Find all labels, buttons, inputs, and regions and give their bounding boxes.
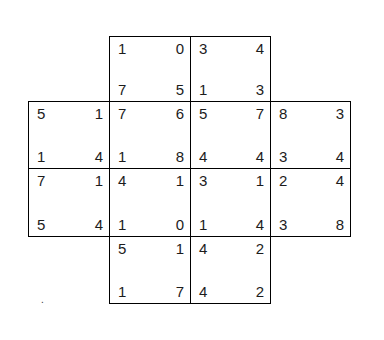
- corner-number-tl-r2c2: 3: [199, 173, 207, 188]
- corner-number-bl-r3c1: 1: [118, 284, 126, 299]
- corner-number-tr-r3c2: 2: [256, 241, 264, 256]
- corner-number-bl-r2c1: 1: [118, 217, 126, 232]
- tile-r0c1: 1075: [109, 36, 191, 102]
- tile-r2c1: 4110: [109, 168, 191, 237]
- tile-r1c0: 5114: [28, 101, 110, 169]
- corner-number-tl-r2c3: 2: [279, 173, 287, 188]
- corner-number-br-r2c3: 8: [336, 217, 344, 232]
- corner-number-tr-r2c3: 4: [336, 173, 344, 188]
- corner-number-bl-r1c2: 4: [199, 149, 207, 164]
- corner-number-tl-r1c3: 8: [279, 106, 287, 121]
- corner-number-br-r1c3: 4: [336, 149, 344, 164]
- corner-number-tr-r2c1: 1: [176, 173, 184, 188]
- corner-number-tr-r1c3: 3: [336, 106, 344, 121]
- tile-r0c2: 3413: [190, 36, 271, 102]
- corner-number-bl-r1c0: 1: [37, 149, 45, 164]
- tile-r3c1: 5117: [109, 236, 191, 304]
- corner-number-bl-r2c2: 1: [199, 217, 207, 232]
- corner-number-tl-r2c0: 7: [37, 173, 45, 188]
- corner-number-br-r2c1: 0: [176, 217, 184, 232]
- puzzle-canvas: 1075341351147618574483347154411031142438…: [0, 0, 384, 340]
- corner-number-tl-r1c0: 5: [37, 106, 45, 121]
- tile-r1c3: 8334: [270, 101, 351, 169]
- corner-number-br-r1c0: 4: [95, 149, 103, 164]
- corner-number-tr-r0c2: 4: [256, 41, 264, 56]
- corner-number-tr-r1c1: 6: [176, 106, 184, 121]
- corner-number-bl-r1c1: 1: [118, 149, 126, 164]
- corner-number-br-r3c1: 7: [176, 284, 184, 299]
- corner-number-tl-r3c1: 5: [118, 241, 126, 256]
- corner-number-tr-r1c2: 7: [256, 106, 264, 121]
- corner-number-br-r3c2: 2: [256, 284, 264, 299]
- corner-number-bl-r2c3: 3: [279, 217, 287, 232]
- tile-r1c1: 7618: [109, 101, 191, 169]
- corner-number-br-r1c2: 4: [256, 149, 264, 164]
- corner-number-tr-r2c0: 1: [95, 173, 103, 188]
- corner-number-bl-r3c2: 4: [199, 284, 207, 299]
- tile-r2c3: 2438: [270, 168, 351, 237]
- tile-r2c2: 3114: [190, 168, 271, 237]
- corner-number-tr-r1c0: 1: [95, 106, 103, 121]
- corner-number-br-r1c1: 8: [176, 149, 184, 164]
- corner-number-tr-r2c2: 1: [256, 173, 264, 188]
- stray-period-mark: .: [41, 295, 44, 305]
- tile-r1c2: 5744: [190, 101, 271, 169]
- corner-number-tl-r0c1: 1: [118, 41, 126, 56]
- corner-number-br-r2c2: 4: [256, 217, 264, 232]
- corner-number-tl-r1c1: 7: [118, 106, 126, 121]
- corner-number-bl-r0c1: 7: [118, 82, 126, 97]
- corner-number-br-r2c0: 4: [95, 217, 103, 232]
- corner-number-bl-r2c0: 5: [37, 217, 45, 232]
- corner-number-tl-r1c2: 5: [199, 106, 207, 121]
- corner-number-bl-r0c2: 1: [199, 82, 207, 97]
- corner-number-tr-r0c1: 0: [176, 41, 184, 56]
- corner-number-br-r0c1: 5: [176, 82, 184, 97]
- corner-number-tl-r0c2: 3: [199, 41, 207, 56]
- tile-r3c2: 4242: [190, 236, 271, 304]
- corner-number-tl-r3c2: 4: [199, 241, 207, 256]
- corner-number-tl-r2c1: 4: [118, 173, 126, 188]
- corner-number-br-r0c2: 3: [256, 82, 264, 97]
- tile-r2c0: 7154: [28, 168, 110, 237]
- corner-number-tr-r3c1: 1: [176, 241, 184, 256]
- corner-number-bl-r1c3: 3: [279, 149, 287, 164]
